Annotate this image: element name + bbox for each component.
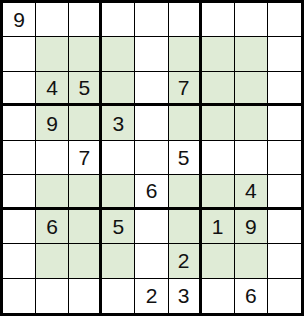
cell-r3c5[interactable]	[135, 72, 168, 106]
cell-r9c4[interactable]	[102, 279, 135, 313]
cell-r6c5[interactable]: 6	[135, 175, 168, 209]
cell-r2c2[interactable]	[36, 37, 69, 71]
cell-r2c7[interactable]	[202, 37, 235, 71]
cell-r3c7[interactable]	[202, 72, 235, 106]
cell-r8c2[interactable]	[36, 244, 69, 278]
cell-r8c3[interactable]	[69, 244, 102, 278]
cell-r5c2[interactable]	[36, 141, 69, 175]
cell-r5c8[interactable]	[235, 141, 268, 175]
cell-r6c4[interactable]	[102, 175, 135, 209]
cell-r9c3[interactable]	[69, 279, 102, 313]
cell-r8c6[interactable]: 2	[169, 244, 202, 278]
cell-r2c6[interactable]	[169, 37, 202, 71]
cell-r8c4[interactable]	[102, 244, 135, 278]
cell-r4c8[interactable]	[235, 106, 268, 140]
cell-r2c5[interactable]	[135, 37, 168, 71]
sudoku-page: 945793756465192236	[0, 0, 304, 320]
cell-r5c1[interactable]	[3, 141, 36, 175]
cell-r7c4[interactable]: 5	[102, 210, 135, 244]
cell-r8c5[interactable]	[135, 244, 168, 278]
cell-r2c1[interactable]	[3, 37, 36, 71]
cell-r5c3[interactable]: 7	[69, 141, 102, 175]
cell-r1c1[interactable]: 9	[3, 3, 36, 37]
cell-r2c4[interactable]	[102, 37, 135, 71]
cell-r7c7[interactable]: 1	[202, 210, 235, 244]
cell-r5c9[interactable]	[268, 141, 301, 175]
cell-r6c9[interactable]	[268, 175, 301, 209]
cell-r6c2[interactable]	[36, 175, 69, 209]
cell-r6c3[interactable]	[69, 175, 102, 209]
cell-r4c1[interactable]	[3, 106, 36, 140]
cell-r6c6[interactable]	[169, 175, 202, 209]
cell-r1c2[interactable]	[36, 3, 69, 37]
cell-r8c8[interactable]	[235, 244, 268, 278]
cell-r4c4[interactable]: 3	[102, 106, 135, 140]
cell-r6c1[interactable]	[3, 175, 36, 209]
cell-r6c7[interactable]	[202, 175, 235, 209]
cell-r4c2[interactable]: 9	[36, 106, 69, 140]
cell-r1c3[interactable]	[69, 3, 102, 37]
cell-r1c5[interactable]	[135, 3, 168, 37]
cell-r3c2[interactable]: 4	[36, 72, 69, 106]
cell-r5c6[interactable]: 5	[169, 141, 202, 175]
cell-r1c6[interactable]	[169, 3, 202, 37]
cell-r3c9[interactable]	[268, 72, 301, 106]
cell-r8c1[interactable]	[3, 244, 36, 278]
cell-r4c7[interactable]	[202, 106, 235, 140]
cell-r4c5[interactable]	[135, 106, 168, 140]
cell-r7c1[interactable]	[3, 210, 36, 244]
cell-r3c1[interactable]	[3, 72, 36, 106]
cell-r5c4[interactable]	[102, 141, 135, 175]
cell-r9c5[interactable]: 2	[135, 279, 168, 313]
cell-r9c8[interactable]: 6	[235, 279, 268, 313]
cell-r7c6[interactable]	[169, 210, 202, 244]
cell-r4c6[interactable]	[169, 106, 202, 140]
cell-r3c4[interactable]	[102, 72, 135, 106]
cell-r3c8[interactable]	[235, 72, 268, 106]
cell-r7c5[interactable]	[135, 210, 168, 244]
cell-r9c9[interactable]	[268, 279, 301, 313]
cell-r9c2[interactable]	[36, 279, 69, 313]
cell-r5c7[interactable]	[202, 141, 235, 175]
cell-r1c7[interactable]	[202, 3, 235, 37]
cell-r8c7[interactable]	[202, 244, 235, 278]
cell-r7c2[interactable]: 6	[36, 210, 69, 244]
cell-r8c9[interactable]	[268, 244, 301, 278]
sudoku-board: 945793756465192236	[0, 0, 304, 316]
cell-r7c3[interactable]	[69, 210, 102, 244]
cell-r9c1[interactable]	[3, 279, 36, 313]
cell-r4c3[interactable]	[69, 106, 102, 140]
cell-r7c8[interactable]: 9	[235, 210, 268, 244]
cell-r2c3[interactable]	[69, 37, 102, 71]
cell-r9c6[interactable]: 3	[169, 279, 202, 313]
cell-r1c9[interactable]	[268, 3, 301, 37]
cell-r2c8[interactable]	[235, 37, 268, 71]
cell-r9c7[interactable]	[202, 279, 235, 313]
cell-r1c4[interactable]	[102, 3, 135, 37]
cell-r7c9[interactable]	[268, 210, 301, 244]
cell-r2c9[interactable]	[268, 37, 301, 71]
cell-r6c8[interactable]: 4	[235, 175, 268, 209]
cell-r5c5[interactable]	[135, 141, 168, 175]
cell-r1c8[interactable]	[235, 3, 268, 37]
cell-r3c3[interactable]: 5	[69, 72, 102, 106]
cell-r3c6[interactable]: 7	[169, 72, 202, 106]
cell-r4c9[interactable]	[268, 106, 301, 140]
